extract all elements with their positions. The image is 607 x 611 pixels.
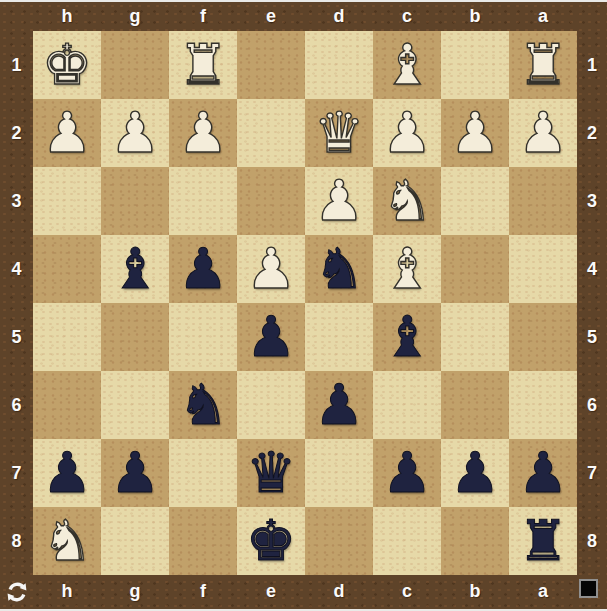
file-label-a: a xyxy=(509,2,577,31)
square-f2[interactable]: ♟ xyxy=(169,99,237,167)
square-c4[interactable]: ♝ xyxy=(373,235,441,303)
rank-label-4: 4 xyxy=(577,235,607,303)
black-king-piece[interactable]: ♚ xyxy=(237,507,305,575)
rank-label-7: 7 xyxy=(577,439,607,507)
white-pawn-piece[interactable]: ♟ xyxy=(305,167,373,235)
white-knight-piece[interactable]: ♞ xyxy=(373,167,441,235)
rank-label-1: 1 xyxy=(0,31,33,99)
rank-label-8: 8 xyxy=(0,507,33,575)
rank-labels-left: 12345678 xyxy=(0,31,33,575)
white-pawn-piece[interactable]: ♟ xyxy=(509,99,577,167)
flip-board-button[interactable] xyxy=(3,579,31,605)
square-d4[interactable]: ♞ xyxy=(305,235,373,303)
rank-label-6: 6 xyxy=(0,371,33,439)
rank-label-4: 4 xyxy=(0,235,33,303)
rank-label-3: 3 xyxy=(0,167,33,235)
black-pawn-piece[interactable]: ♟ xyxy=(441,439,509,507)
square-h5[interactable] xyxy=(33,303,101,371)
square-f1[interactable]: ♜ xyxy=(169,31,237,99)
square-f4[interactable]: ♟ xyxy=(169,235,237,303)
black-queen-piece[interactable]: ♛ xyxy=(237,439,305,507)
square-a4[interactable] xyxy=(509,235,577,303)
square-g5[interactable] xyxy=(101,303,169,371)
file-label-c: c xyxy=(373,2,441,31)
rank-label-7: 7 xyxy=(0,439,33,507)
square-c2[interactable]: ♟ xyxy=(373,99,441,167)
square-c7[interactable]: ♟ xyxy=(373,439,441,507)
black-pawn-piece[interactable]: ♟ xyxy=(169,235,237,303)
file-label-e: e xyxy=(237,575,305,609)
square-c1[interactable]: ♝ xyxy=(373,31,441,99)
square-g2[interactable]: ♟ xyxy=(101,99,169,167)
file-label-f: f xyxy=(169,575,237,609)
file-label-b: b xyxy=(441,2,509,31)
square-e7[interactable]: ♛ xyxy=(237,439,305,507)
square-h3[interactable] xyxy=(33,167,101,235)
white-king-piece[interactable]: ♚ xyxy=(33,31,101,99)
square-f7[interactable] xyxy=(169,439,237,507)
square-e4[interactable]: ♟ xyxy=(237,235,305,303)
square-b1[interactable] xyxy=(441,31,509,99)
square-a7[interactable]: ♟ xyxy=(509,439,577,507)
square-b7[interactable]: ♟ xyxy=(441,439,509,507)
white-pawn-piece[interactable]: ♟ xyxy=(169,99,237,167)
white-pawn-piece[interactable]: ♟ xyxy=(441,99,509,167)
file-labels-top: hgfedcba xyxy=(33,2,577,31)
black-pawn-piece[interactable]: ♟ xyxy=(373,439,441,507)
file-label-h: h xyxy=(33,2,101,31)
rank-label-8: 8 xyxy=(577,507,607,575)
square-e6[interactable] xyxy=(237,371,305,439)
white-pawn-piece[interactable]: ♟ xyxy=(101,99,169,167)
rank-label-2: 2 xyxy=(0,99,33,167)
square-d1[interactable] xyxy=(305,31,373,99)
black-rook-piece[interactable]: ♜ xyxy=(509,507,577,575)
square-h4[interactable] xyxy=(33,235,101,303)
square-d6[interactable]: ♟ xyxy=(305,371,373,439)
black-pawn-piece[interactable]: ♟ xyxy=(509,439,577,507)
white-rook-piece[interactable]: ♜ xyxy=(509,31,577,99)
chess-widget: hgfedcba 12345678 12345678 ♚♜♝♜♟♟♟♛♟♟♟♟♞… xyxy=(0,0,607,611)
rank-label-3: 3 xyxy=(577,167,607,235)
chess-board: ♚♜♝♜♟♟♟♛♟♟♟♟♞♝♟♟♞♝♟♝♞♟♟♟♛♟♟♟♞♚♜ xyxy=(33,31,577,575)
white-queen-piece[interactable]: ♛ xyxy=(305,99,373,167)
square-h8[interactable]: ♞ xyxy=(33,507,101,575)
square-a2[interactable]: ♟ xyxy=(509,99,577,167)
square-c3[interactable]: ♞ xyxy=(373,167,441,235)
square-g1[interactable] xyxy=(101,31,169,99)
square-h7[interactable]: ♟ xyxy=(33,439,101,507)
file-labels-bottom: hgfedcba xyxy=(33,575,577,609)
square-e2[interactable] xyxy=(237,99,305,167)
square-c6[interactable] xyxy=(373,371,441,439)
black-pawn-piece[interactable]: ♟ xyxy=(33,439,101,507)
square-g3[interactable] xyxy=(101,167,169,235)
file-label-g: g xyxy=(101,575,169,609)
file-label-f: f xyxy=(169,2,237,31)
square-b2[interactable]: ♟ xyxy=(441,99,509,167)
square-a1[interactable]: ♜ xyxy=(509,31,577,99)
black-pawn-piece[interactable]: ♟ xyxy=(237,303,305,371)
file-label-e: e xyxy=(237,2,305,31)
file-label-c: c xyxy=(373,575,441,609)
file-label-b: b xyxy=(441,575,509,609)
square-g8[interactable] xyxy=(101,507,169,575)
square-d5[interactable] xyxy=(305,303,373,371)
square-c5[interactable]: ♝ xyxy=(373,303,441,371)
black-bishop-piece[interactable]: ♝ xyxy=(101,235,169,303)
square-e3[interactable] xyxy=(237,167,305,235)
file-label-d: d xyxy=(305,575,373,609)
white-pawn-piece[interactable]: ♟ xyxy=(237,235,305,303)
white-knight-piece[interactable]: ♞ xyxy=(33,507,101,575)
side-to-move-indicator xyxy=(579,579,598,598)
square-c8[interactable] xyxy=(373,507,441,575)
square-b3[interactable] xyxy=(441,167,509,235)
square-b6[interactable] xyxy=(441,371,509,439)
square-h6[interactable] xyxy=(33,371,101,439)
file-label-h: h xyxy=(33,575,101,609)
square-a6[interactable] xyxy=(509,371,577,439)
square-g4[interactable]: ♝ xyxy=(101,235,169,303)
square-e5[interactable]: ♟ xyxy=(237,303,305,371)
square-b4[interactable] xyxy=(441,235,509,303)
black-bishop-piece[interactable]: ♝ xyxy=(373,303,441,371)
white-rook-piece[interactable]: ♜ xyxy=(169,31,237,99)
white-pawn-piece[interactable]: ♟ xyxy=(33,99,101,167)
square-a3[interactable] xyxy=(509,167,577,235)
white-bishop-piece[interactable]: ♝ xyxy=(373,235,441,303)
black-pawn-piece[interactable]: ♟ xyxy=(305,371,373,439)
rank-label-2: 2 xyxy=(577,99,607,167)
square-d8[interactable] xyxy=(305,507,373,575)
square-d2[interactable]: ♛ xyxy=(305,99,373,167)
square-f5[interactable] xyxy=(169,303,237,371)
square-a5[interactable] xyxy=(509,303,577,371)
square-g7[interactable]: ♟ xyxy=(101,439,169,507)
rank-label-5: 5 xyxy=(577,303,607,371)
square-f6[interactable]: ♞ xyxy=(169,371,237,439)
square-e1[interactable] xyxy=(237,31,305,99)
file-label-g: g xyxy=(101,2,169,31)
square-g6[interactable] xyxy=(101,371,169,439)
square-d3[interactable]: ♟ xyxy=(305,167,373,235)
black-pawn-piece[interactable]: ♟ xyxy=(101,439,169,507)
square-f8[interactable] xyxy=(169,507,237,575)
square-e8[interactable]: ♚ xyxy=(237,507,305,575)
square-a8[interactable]: ♜ xyxy=(509,507,577,575)
square-f3[interactable] xyxy=(169,167,237,235)
rank-label-5: 5 xyxy=(0,303,33,371)
black-knight-piece[interactable]: ♞ xyxy=(305,235,373,303)
black-knight-piece[interactable]: ♞ xyxy=(169,371,237,439)
square-b8[interactable] xyxy=(441,507,509,575)
rank-label-1: 1 xyxy=(577,31,607,99)
rank-label-6: 6 xyxy=(577,371,607,439)
file-label-d: d xyxy=(305,2,373,31)
square-h1[interactable]: ♚ xyxy=(33,31,101,99)
square-b5[interactable] xyxy=(441,303,509,371)
rank-labels-right: 12345678 xyxy=(577,31,607,575)
square-d7[interactable] xyxy=(305,439,373,507)
circular-arrows-flip-board-icon xyxy=(3,579,31,605)
white-pawn-piece[interactable]: ♟ xyxy=(373,99,441,167)
square-h2[interactable]: ♟ xyxy=(33,99,101,167)
file-label-a: a xyxy=(509,575,577,609)
white-bishop-piece[interactable]: ♝ xyxy=(373,31,441,99)
